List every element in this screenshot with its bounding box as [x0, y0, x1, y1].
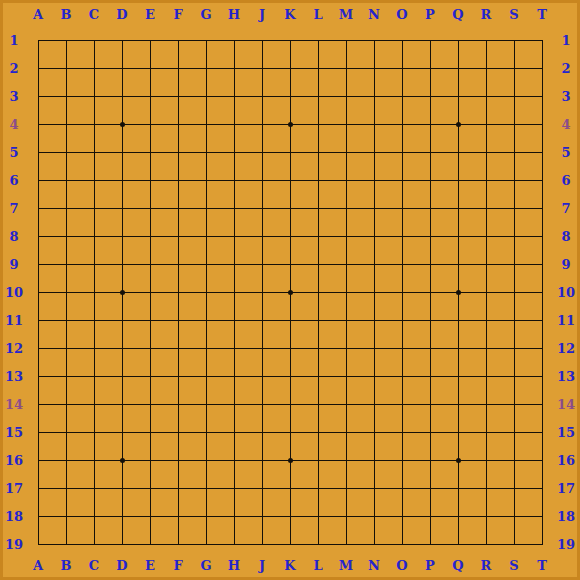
row-label-right: 17 — [557, 482, 575, 495]
row-label-left: 17 — [5, 482, 23, 495]
row-label-left: 14 — [5, 398, 23, 411]
column-label-bottom: S — [509, 559, 518, 572]
row-label-left: 7 — [9, 202, 18, 215]
column-label-bottom: O — [396, 559, 407, 572]
row-label-left: 5 — [9, 146, 18, 159]
row-label-right: 1 — [561, 34, 570, 47]
row-label-left: 6 — [9, 174, 18, 187]
row-label-right: 9 — [561, 258, 570, 271]
column-label-top: K — [284, 8, 295, 21]
row-label-right: 3 — [561, 90, 570, 103]
row-label-right: 4 — [561, 118, 570, 131]
column-label-top: Q — [452, 8, 463, 21]
row-label-left: 19 — [5, 538, 23, 551]
column-label-top: A — [33, 8, 43, 21]
column-label-bottom: L — [313, 559, 322, 572]
column-label-bottom: K — [284, 559, 295, 572]
row-label-left: 8 — [9, 230, 18, 243]
row-label-right: 12 — [557, 342, 575, 355]
column-label-bottom: H — [228, 559, 240, 572]
row-label-right: 19 — [557, 538, 575, 551]
row-label-left: 4 — [9, 118, 18, 131]
column-label-bottom: T — [537, 559, 547, 572]
column-label-top: P — [425, 8, 435, 21]
column-label-top: H — [228, 8, 240, 21]
column-label-bottom: E — [145, 559, 155, 572]
column-label-top: M — [339, 8, 353, 21]
column-label-top: F — [173, 8, 182, 21]
go-board-grid — [24, 26, 556, 558]
row-label-left: 18 — [5, 510, 23, 523]
column-label-bottom: C — [89, 559, 99, 572]
row-label-left: 1 — [9, 34, 18, 47]
column-label-bottom: J — [259, 559, 265, 572]
column-label-top: R — [481, 8, 492, 21]
column-label-top: C — [89, 8, 99, 21]
column-label-top: B — [61, 8, 72, 21]
row-label-left: 10 — [5, 286, 23, 299]
row-label-left: 15 — [5, 426, 23, 439]
row-label-right: 15 — [557, 426, 575, 439]
column-label-bottom: A — [33, 559, 43, 572]
column-label-top: E — [145, 8, 155, 21]
column-label-bottom: Q — [452, 559, 463, 572]
column-label-top: N — [368, 8, 380, 21]
row-label-left: 3 — [9, 90, 18, 103]
column-label-top: J — [259, 8, 265, 21]
column-label-bottom: R — [481, 559, 492, 572]
row-label-right: 8 — [561, 230, 570, 243]
row-label-left: 2 — [9, 62, 18, 75]
column-label-top: S — [509, 8, 518, 21]
go-kifu-diagram: AABBCCDDEEFFGGHHJJKKLLMMNNOOPPQQRRSSTT11… — [0, 0, 580, 580]
column-label-bottom: G — [200, 559, 211, 572]
row-label-right: 11 — [557, 314, 575, 327]
column-label-bottom: B — [61, 559, 72, 572]
row-label-right: 14 — [557, 398, 575, 411]
row-label-right: 7 — [561, 202, 570, 215]
row-label-right: 2 — [561, 62, 570, 75]
row-label-left: 11 — [5, 314, 23, 327]
column-label-bottom: D — [116, 559, 127, 572]
column-label-bottom: P — [425, 559, 435, 572]
row-label-right: 10 — [557, 286, 575, 299]
column-label-top: L — [313, 8, 322, 21]
row-label-left: 9 — [9, 258, 18, 271]
row-label-right: 18 — [557, 510, 575, 523]
column-label-top: O — [396, 8, 407, 21]
column-label-bottom: M — [339, 559, 353, 572]
column-label-top: T — [537, 8, 547, 21]
row-label-left: 13 — [5, 370, 23, 383]
row-label-right: 16 — [557, 454, 575, 467]
row-label-right: 13 — [557, 370, 575, 383]
row-label-left: 16 — [5, 454, 23, 467]
row-label-right: 6 — [561, 174, 570, 187]
row-label-left: 12 — [5, 342, 23, 355]
column-label-bottom: N — [368, 559, 380, 572]
column-label-bottom: F — [173, 559, 182, 572]
column-label-top: G — [200, 8, 211, 21]
column-label-top: D — [116, 8, 127, 21]
row-label-right: 5 — [561, 146, 570, 159]
